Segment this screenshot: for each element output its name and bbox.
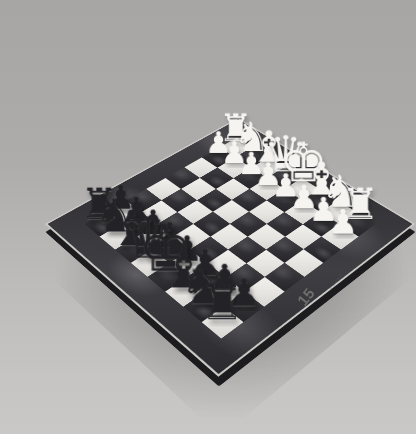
piece-black-pawn: ♟: [199, 225, 250, 296]
piece-black-king: ♚: [141, 211, 191, 280]
piece-white-rook: ♜: [337, 162, 383, 226]
piece-white-queen: ♛: [264, 119, 307, 179]
piece-black-knight: ♞: [92, 173, 139, 238]
piece-black-pawn: ♟: [130, 173, 177, 238]
piece-white-king: ♚: [281, 129, 325, 190]
piece-white-pawn: ♟: [281, 150, 326, 213]
piece-black-rook: ♜: [77, 162, 123, 226]
piece-black-knight: ♞: [177, 239, 229, 311]
piece-black-rook: ♜: [196, 254, 249, 328]
piece-white-pawn: ♟: [229, 119, 272, 179]
board-marble-frame: ♜♞♝♛♚♝♞♜♟♟♟♟♟♟♟♟♟♟♟♟♟♟♟♟♜♞♝♛♚♝♞♜: [45, 118, 416, 377]
piece-white-rook: ♜: [215, 91, 256, 148]
piece-white-pawn: ♟: [319, 173, 366, 238]
piece-black-pawn: ♟: [163, 198, 212, 266]
piece-black-pawn: ♟: [146, 186, 194, 253]
piece-white-bishop: ♝: [299, 140, 344, 202]
studio-photo-background: ♜♞♝♛♚♝♞♜♟♟♟♟♟♟♟♟♟♟♟♟♟♟♟♟♜♞♝♛♚♝♞♜ 15: [0, 0, 416, 434]
piece-black-bishop: ♝: [158, 225, 209, 296]
piece-black-bishop: ♝: [107, 186, 155, 253]
piece-black-pawn: ♟: [218, 239, 270, 311]
piece-black-pawn: ♟: [114, 162, 160, 226]
piece-white-pawn: ♟: [246, 129, 290, 190]
piece-black-pawn: ♟: [181, 211, 231, 280]
piece-white-pawn: ♟: [213, 109, 255, 168]
piece-white-bishop: ♝: [247, 109, 289, 168]
piece-black-pawn: ♟: [98, 150, 143, 213]
piece-white-knight: ♞: [231, 100, 273, 158]
piece-white-pawn: ♟: [263, 140, 308, 202]
piece-white-pawn: ♟: [197, 100, 239, 158]
piece-white-knight: ♞: [318, 150, 363, 213]
perspective-scene: ♜♞♝♛♚♝♞♜♟♟♟♟♟♟♟♟♟♟♟♟♟♟♟♟♜♞♝♛♚♝♞♜: [0, 0, 416, 434]
piece-white-pawn: ♟: [300, 162, 346, 226]
piece-black-queen: ♛: [124, 198, 173, 266]
chess-board: ♜♞♝♛♚♝♞♜♟♟♟♟♟♟♟♟♟♟♟♟♟♟♟♟♜♞♝♛♚♝♞♜: [45, 118, 416, 377]
